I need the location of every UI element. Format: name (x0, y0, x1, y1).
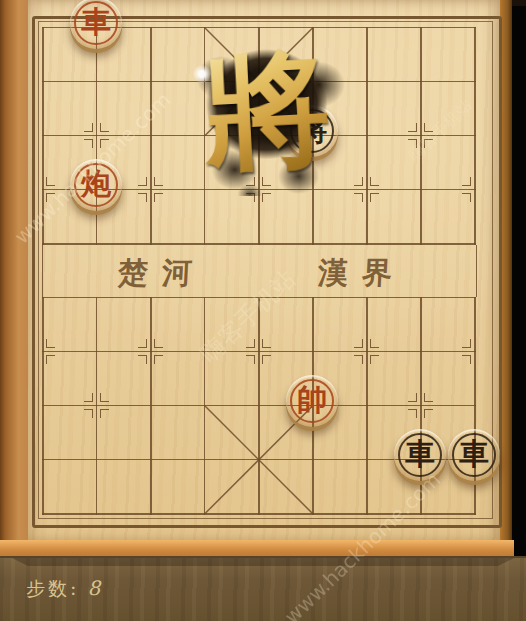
river-label-chu-he: 楚河 (117, 253, 207, 294)
position-marker (462, 177, 471, 186)
position-marker (354, 193, 363, 202)
piece-char: 車 (70, 0, 122, 48)
position-marker (100, 409, 109, 418)
move-counter: 步数:8 (26, 576, 103, 602)
position-marker (100, 393, 109, 402)
position-marker (100, 123, 109, 132)
position-marker (100, 139, 109, 148)
position-marker (138, 339, 147, 348)
piece-char: 炮 (70, 158, 122, 210)
position-marker (370, 355, 379, 364)
move-counter-label: 步数: (26, 577, 79, 599)
position-marker (46, 355, 55, 364)
piece-char: 帥 (286, 374, 338, 426)
position-marker (424, 409, 433, 418)
position-marker (408, 393, 417, 402)
position-marker (84, 123, 93, 132)
position-marker (154, 177, 163, 186)
position-marker (246, 339, 255, 348)
screen-letterbox (512, 6, 526, 557)
position-marker (462, 355, 471, 364)
position-marker (246, 193, 255, 202)
position-marker (154, 355, 163, 364)
position-marker (262, 193, 271, 202)
piece-red-cannon[interactable]: 炮 (70, 159, 122, 211)
position-marker (408, 409, 417, 418)
position-marker (246, 177, 255, 186)
position-marker (354, 177, 363, 186)
position-marker (462, 193, 471, 202)
position-marker (46, 177, 55, 186)
position-marker (370, 339, 379, 348)
piece-black-general[interactable]: 將 (286, 105, 338, 157)
table-edge-left (0, 0, 30, 557)
position-marker (84, 409, 93, 418)
position-marker (262, 339, 271, 348)
piece-char: 車 (448, 428, 500, 480)
piece-red-chariot[interactable]: 車 (70, 0, 122, 49)
position-marker (262, 355, 271, 364)
position-marker (354, 355, 363, 364)
position-marker (370, 193, 379, 202)
piece-red-general[interactable]: 帥 (286, 375, 338, 427)
position-marker (246, 355, 255, 364)
position-marker (370, 177, 379, 186)
position-marker (424, 139, 433, 148)
piece-black-chariot-2[interactable]: 車 (448, 429, 500, 481)
xiangqi-game-screen: 楚河 漢界 車將炮帥車車 將 步数:8 www.hackhome.com嗨客手机… (0, 0, 526, 621)
position-marker (138, 355, 147, 364)
river-label-han-jie: 漢界 (317, 253, 407, 294)
position-marker (424, 123, 433, 132)
position-marker (408, 123, 417, 132)
position-marker (138, 177, 147, 186)
move-counter-value: 8 (87, 576, 103, 600)
position-marker (154, 339, 163, 348)
position-marker (408, 139, 417, 148)
tray-front-edge (0, 540, 514, 557)
position-marker (84, 393, 93, 402)
piece-char: 將 (286, 104, 338, 156)
position-marker (424, 393, 433, 402)
position-marker (46, 339, 55, 348)
position-marker (262, 177, 271, 186)
position-marker (154, 193, 163, 202)
position-marker (462, 339, 471, 348)
position-marker (84, 139, 93, 148)
piece-black-chariot-1[interactable]: 車 (394, 429, 446, 481)
piece-char: 車 (394, 428, 446, 480)
position-marker (138, 193, 147, 202)
position-marker (46, 193, 55, 202)
position-marker (354, 339, 363, 348)
